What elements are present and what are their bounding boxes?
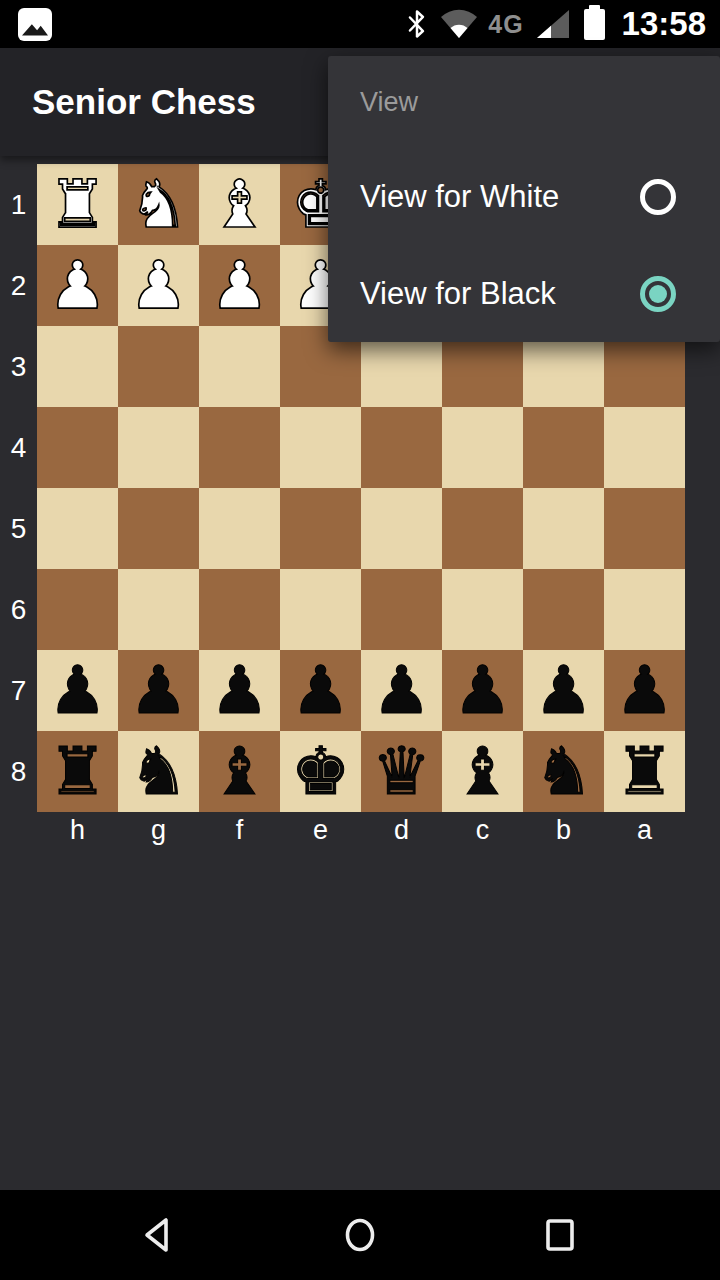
square-a6[interactable]	[604, 569, 685, 650]
wifi-icon	[439, 8, 479, 40]
radio-view-for-black[interactable]	[640, 276, 676, 312]
battery-icon	[584, 9, 605, 40]
menu-item-label: View for Black	[360, 276, 556, 312]
home-button[interactable]	[340, 1215, 380, 1255]
radio-view-for-white[interactable]	[640, 179, 676, 215]
square-f2[interactable]: ♟	[199, 245, 280, 326]
square-a4[interactable]	[604, 407, 685, 488]
clock: 13:58	[622, 5, 706, 43]
file-label-a: a	[604, 812, 685, 848]
black-bishop-piece[interactable]: ♝	[453, 731, 512, 812]
recents-button[interactable]	[540, 1215, 580, 1255]
square-a7[interactable]: ♟	[604, 650, 685, 731]
square-a5[interactable]	[604, 488, 685, 569]
rank-label-8: 8	[0, 731, 37, 812]
black-queen-piece[interactable]: ♛	[372, 731, 431, 812]
file-label-b: b	[523, 812, 604, 848]
white-knight-piece[interactable]: ♞	[129, 164, 188, 245]
screenshot-notification-icon	[18, 8, 52, 41]
view-menu-popup: View View for White View for Black	[328, 56, 720, 342]
file-label-h: h	[37, 812, 118, 848]
square-h2[interactable]: ♟	[37, 245, 118, 326]
square-e6[interactable]	[280, 569, 361, 650]
android-nav-bar	[0, 1190, 720, 1280]
status-bar-indicators: 4G 13:58	[404, 5, 710, 43]
square-c6[interactable]	[442, 569, 523, 650]
square-b4[interactable]	[523, 407, 604, 488]
square-g6[interactable]	[118, 569, 199, 650]
file-labels: hgfedcba	[37, 812, 685, 848]
square-f3[interactable]	[199, 326, 280, 407]
square-h5[interactable]	[37, 488, 118, 569]
square-f7[interactable]: ♟	[199, 650, 280, 731]
square-g2[interactable]: ♟	[118, 245, 199, 326]
black-rook-piece[interactable]: ♜	[48, 731, 107, 812]
square-b7[interactable]: ♟	[523, 650, 604, 731]
file-label-f: f	[199, 812, 280, 848]
square-g7[interactable]: ♟	[118, 650, 199, 731]
file-label-d: d	[361, 812, 442, 848]
square-h3[interactable]	[37, 326, 118, 407]
square-b5[interactable]	[523, 488, 604, 569]
file-label-e: e	[280, 812, 361, 848]
square-h4[interactable]	[37, 407, 118, 488]
square-c7[interactable]: ♟	[442, 650, 523, 731]
square-b6[interactable]	[523, 569, 604, 650]
square-g5[interactable]	[118, 488, 199, 569]
black-king-piece[interactable]: ♚	[291, 731, 350, 812]
screen: 4G 13:58 Senior Chess 12345678 ♜♞♝♚♛♝♞♜♟…	[0, 0, 720, 1280]
black-knight-piece[interactable]: ♞	[534, 731, 593, 812]
square-h8[interactable]: ♜	[37, 731, 118, 812]
square-h7[interactable]: ♟	[37, 650, 118, 731]
square-e7[interactable]: ♟	[280, 650, 361, 731]
square-c8[interactable]: ♝	[442, 731, 523, 812]
square-d7[interactable]: ♟	[361, 650, 442, 731]
menu-title: View	[328, 56, 720, 148]
square-h6[interactable]	[37, 569, 118, 650]
square-g8[interactable]: ♞	[118, 731, 199, 812]
menu-item-view-for-white[interactable]: View for White	[328, 148, 720, 245]
square-e5[interactable]	[280, 488, 361, 569]
square-e4[interactable]	[280, 407, 361, 488]
square-f8[interactable]: ♝	[199, 731, 280, 812]
black-pawn-piece[interactable]: ♟	[615, 650, 674, 731]
black-knight-piece[interactable]: ♞	[129, 731, 188, 812]
back-button[interactable]	[140, 1215, 180, 1255]
square-g4[interactable]	[118, 407, 199, 488]
black-pawn-piece[interactable]: ♟	[129, 650, 188, 731]
square-c4[interactable]	[442, 407, 523, 488]
square-d4[interactable]	[361, 407, 442, 488]
square-g3[interactable]	[118, 326, 199, 407]
black-pawn-piece[interactable]: ♟	[453, 650, 512, 731]
white-pawn-piece[interactable]: ♟	[129, 245, 188, 326]
square-d6[interactable]	[361, 569, 442, 650]
file-label-g: g	[118, 812, 199, 848]
white-rook-piece[interactable]: ♜	[48, 164, 107, 245]
bluetooth-icon	[404, 7, 430, 41]
rank-label-3: 3	[0, 326, 37, 407]
square-f5[interactable]	[199, 488, 280, 569]
square-f6[interactable]	[199, 569, 280, 650]
square-d8[interactable]: ♛	[361, 731, 442, 812]
network-type-label: 4G	[488, 10, 523, 39]
cell-signal-icon	[533, 8, 571, 40]
white-bishop-piece[interactable]: ♝	[210, 164, 269, 245]
black-rook-piece[interactable]: ♜	[615, 731, 674, 812]
square-h1[interactable]: ♜	[37, 164, 118, 245]
square-a8[interactable]: ♜	[604, 731, 685, 812]
file-label-c: c	[442, 812, 523, 848]
square-f1[interactable]: ♝	[199, 164, 280, 245]
page-title: Senior Chess	[32, 82, 256, 122]
square-e8[interactable]: ♚	[280, 731, 361, 812]
rank-label-4: 4	[0, 407, 37, 488]
black-pawn-piece[interactable]: ♟	[291, 650, 350, 731]
square-g1[interactable]: ♞	[118, 164, 199, 245]
black-pawn-piece[interactable]: ♟	[210, 650, 269, 731]
rank-label-6: 6	[0, 569, 37, 650]
black-bishop-piece[interactable]: ♝	[210, 731, 269, 812]
square-c5[interactable]	[442, 488, 523, 569]
white-pawn-piece[interactable]: ♟	[48, 245, 107, 326]
square-b8[interactable]: ♞	[523, 731, 604, 812]
rank-label-1: 1	[0, 164, 37, 245]
rank-label-7: 7	[0, 650, 37, 731]
mountain-glyph	[22, 22, 48, 36]
status-bar-notifications	[10, 8, 52, 41]
menu-item-label: View for White	[360, 179, 559, 215]
square-d5[interactable]	[361, 488, 442, 569]
status-bar: 4G 13:58	[0, 0, 720, 48]
rank-label-5: 5	[0, 488, 37, 569]
black-pawn-piece[interactable]: ♟	[534, 650, 593, 731]
white-pawn-piece[interactable]: ♟	[210, 245, 269, 326]
square-f4[interactable]	[199, 407, 280, 488]
black-pawn-piece[interactable]: ♟	[372, 650, 431, 731]
rank-labels: 12345678	[0, 164, 37, 812]
menu-item-view-for-black[interactable]: View for Black	[328, 245, 720, 342]
rank-label-2: 2	[0, 245, 37, 326]
black-pawn-piece[interactable]: ♟	[48, 650, 107, 731]
